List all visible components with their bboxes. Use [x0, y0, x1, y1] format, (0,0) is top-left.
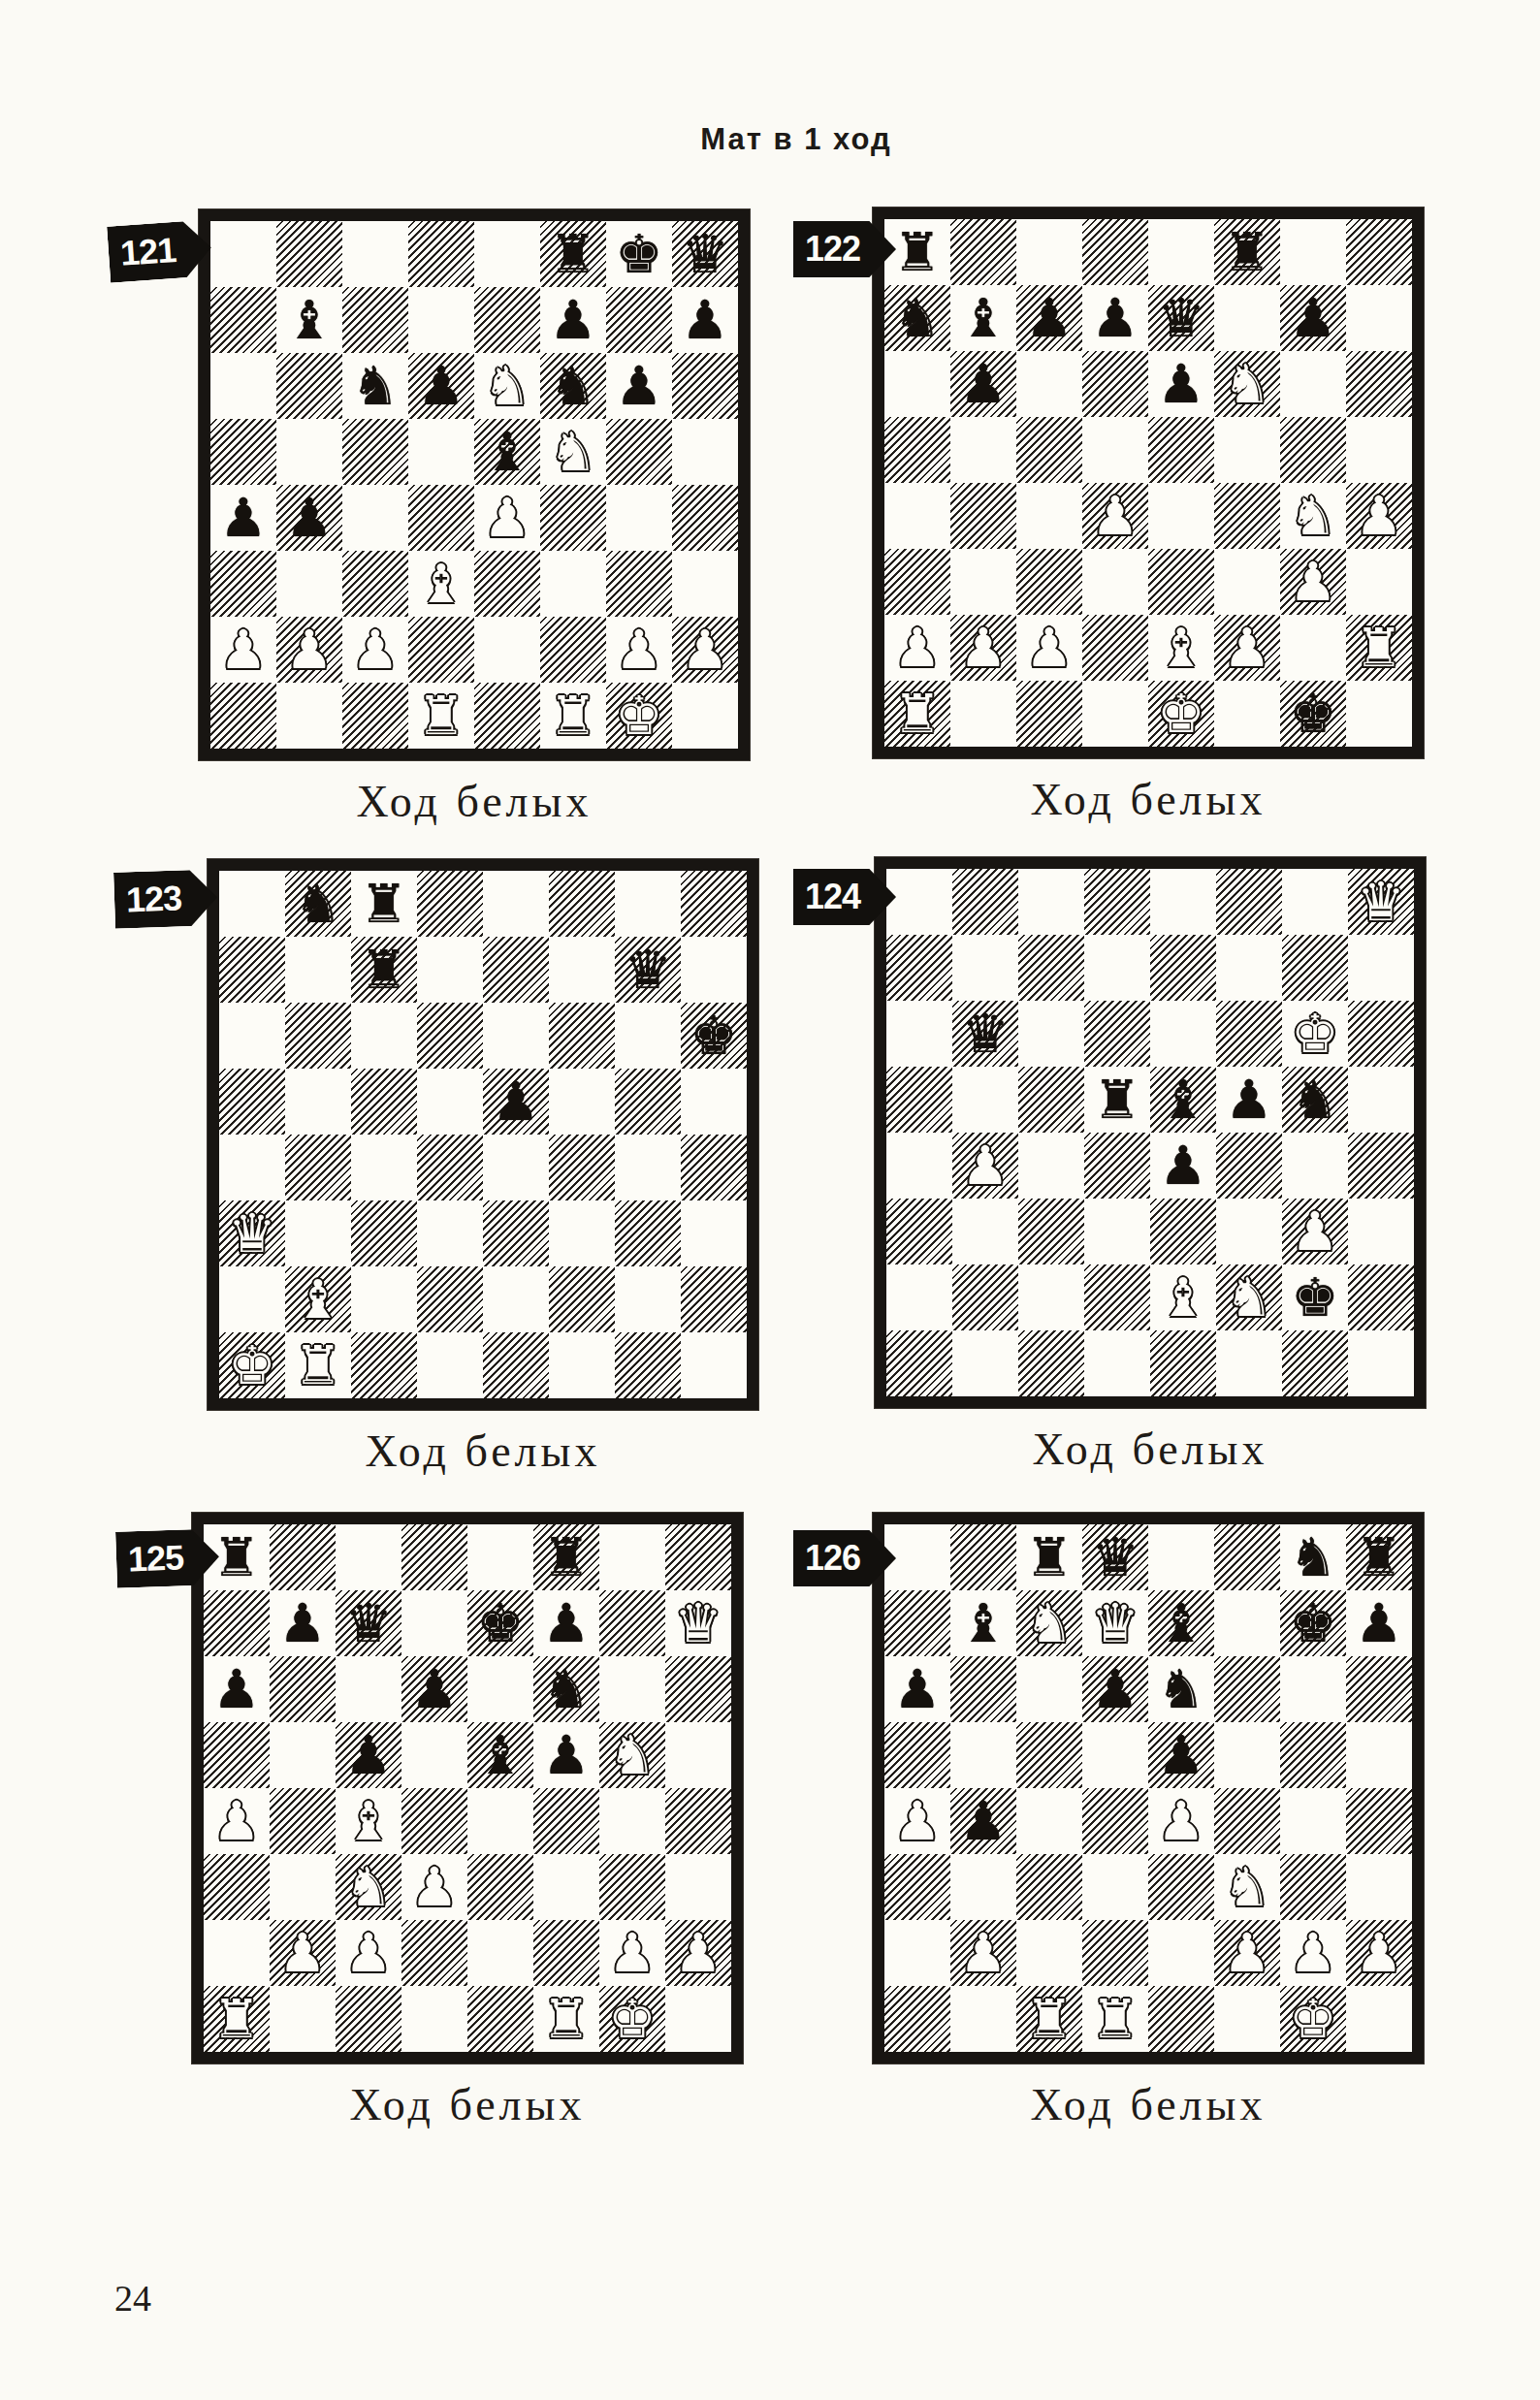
square-f1	[1216, 1330, 1282, 1396]
square-a3	[210, 551, 276, 617]
square-h7: ♟	[1346, 1590, 1412, 1656]
square-f8	[1214, 1524, 1280, 1590]
white-pawn: ♟	[674, 1920, 722, 1986]
square-f1: ♜	[540, 683, 606, 749]
square-h2: ♜	[1346, 615, 1412, 681]
square-h5	[672, 419, 738, 485]
square-e7: ♝	[1148, 1590, 1214, 1656]
square-c8	[342, 221, 408, 287]
square-f5: ♞	[540, 419, 606, 485]
white-queen: ♛	[1357, 869, 1404, 935]
square-d1: ♜	[1082, 1986, 1148, 2052]
white-knight: ♞	[1223, 1854, 1270, 1920]
white-pawn: ♟	[285, 617, 333, 683]
square-a4	[219, 1135, 285, 1200]
square-e4: ♟	[474, 485, 540, 551]
white-knight: ♞	[1025, 1590, 1073, 1656]
caption-board-122: Ход белых	[873, 774, 1424, 825]
square-f6	[549, 1003, 615, 1069]
square-a2	[886, 1264, 952, 1330]
square-f3	[1216, 1199, 1282, 1264]
square-b4: ♟	[950, 1788, 1016, 1854]
square-h5	[665, 1722, 731, 1788]
square-f6	[1216, 1001, 1282, 1067]
square-h4	[672, 485, 738, 551]
square-b5	[270, 1722, 336, 1788]
square-e1	[1148, 1986, 1214, 2052]
square-d3	[1084, 1199, 1150, 1264]
square-e5: ♝	[1150, 1067, 1216, 1133]
square-a3: ♛	[219, 1200, 285, 1266]
square-d6: ♟	[401, 1656, 467, 1722]
square-a3	[886, 1199, 952, 1264]
square-c8: ♜	[351, 871, 417, 937]
black-pawn: ♟	[1091, 1656, 1139, 1722]
square-h6	[1346, 1656, 1412, 1722]
white-rook: ♜	[542, 1986, 590, 2052]
square-b4	[270, 1788, 336, 1854]
black-pawn: ♟	[417, 353, 465, 419]
white-rook: ♜	[1355, 615, 1402, 681]
black-pawn: ♟	[1157, 1722, 1204, 1788]
square-d6	[417, 1003, 483, 1069]
black-pawn: ♟	[1159, 1133, 1206, 1199]
square-b2: ♟	[950, 615, 1016, 681]
board-grid-124: ♛♛♚♜♝♟♞♟♟♟♝♞♚	[886, 869, 1414, 1396]
square-a2: ♟	[210, 617, 276, 683]
square-d5	[1082, 417, 1148, 483]
square-g2: ♟	[1280, 1920, 1346, 1986]
white-king: ♚	[1157, 681, 1204, 747]
white-pawn: ♟	[1355, 1920, 1402, 1986]
square-e2: ♝	[1148, 615, 1214, 681]
square-a6	[219, 1003, 285, 1069]
black-queen: ♛	[344, 1590, 392, 1656]
board-122: ♜♜♞♝♟♟♛♟♟♟♞♟♞♟♟♟♟♟♝♟♜♜♚♚	[873, 208, 1424, 758]
square-e3	[467, 1854, 533, 1920]
square-d7: ♟	[1082, 285, 1148, 351]
square-g1	[615, 1332, 681, 1398]
caption-board-121: Ход белых	[199, 776, 750, 827]
square-a5	[886, 1067, 952, 1133]
square-f4	[1214, 483, 1280, 549]
white-knight: ♞	[549, 419, 596, 485]
white-rook: ♜	[212, 1986, 260, 2052]
white-pawn: ♟	[1289, 549, 1336, 615]
square-e6	[483, 1003, 549, 1069]
white-rook: ♜	[549, 683, 596, 749]
square-c2: ♟	[342, 617, 408, 683]
square-d6	[1082, 351, 1148, 417]
square-e7: ♛	[1148, 285, 1214, 351]
square-g5	[1280, 417, 1346, 483]
square-g7: ♛	[615, 937, 681, 1003]
square-b6	[270, 1656, 336, 1722]
square-c2	[351, 1266, 417, 1332]
square-c5	[351, 1069, 417, 1135]
white-knight: ♞	[1223, 351, 1270, 417]
white-pawn: ♟	[344, 1920, 392, 1986]
square-f3	[540, 551, 606, 617]
square-h2	[681, 1266, 747, 1332]
square-g6	[1280, 351, 1346, 417]
square-c2	[1016, 1920, 1082, 1986]
square-g8	[599, 1524, 665, 1590]
square-a5	[219, 1069, 285, 1135]
white-pawn: ♟	[1223, 615, 1270, 681]
white-pawn: ♟	[893, 1788, 941, 1854]
square-c4	[1016, 483, 1082, 549]
black-pawn: ♟	[615, 353, 662, 419]
square-c3: ♞	[336, 1854, 401, 1920]
square-a4: ♟	[884, 1788, 950, 1854]
caption-board-126: Ход белых	[873, 2079, 1424, 2130]
white-pawn: ♟	[1291, 1199, 1338, 1264]
square-h6	[1346, 351, 1412, 417]
square-f8: ♜	[540, 221, 606, 287]
square-g7: ♚	[1280, 1590, 1346, 1656]
square-d7	[408, 287, 474, 353]
square-e5: ♟	[483, 1069, 549, 1135]
square-f1: ♜	[533, 1986, 599, 2052]
square-d3	[1082, 549, 1148, 615]
square-e2	[467, 1920, 533, 1986]
square-e1	[483, 1332, 549, 1398]
square-b8	[952, 869, 1018, 935]
square-b5	[285, 1069, 351, 1135]
square-b8	[950, 1524, 1016, 1590]
square-h6	[672, 353, 738, 419]
square-h1	[672, 683, 738, 749]
square-d2	[408, 617, 474, 683]
square-h6: ♚	[681, 1003, 747, 1069]
white-pawn: ♟	[219, 617, 267, 683]
square-a2: ♟	[884, 615, 950, 681]
square-c7	[342, 287, 408, 353]
square-e1	[474, 683, 540, 749]
square-g3	[599, 1854, 665, 1920]
square-a1: ♚	[219, 1332, 285, 1398]
black-rook: ♜	[542, 1524, 590, 1590]
square-d6: ♟	[408, 353, 474, 419]
caption-board-125: Ход белых	[192, 2079, 743, 2130]
square-g2: ♟	[606, 617, 672, 683]
square-f2: ♟	[1214, 1920, 1280, 1986]
square-b3	[950, 1854, 1016, 1920]
black-king: ♚	[1291, 1264, 1338, 1330]
square-a8	[219, 871, 285, 937]
square-c6	[1018, 1001, 1084, 1067]
black-queen: ♛	[1091, 1524, 1139, 1590]
square-b1	[270, 1986, 336, 2052]
white-rook: ♜	[893, 681, 941, 747]
square-f1	[549, 1332, 615, 1398]
caption-board-124: Ход белых	[875, 1424, 1426, 1475]
square-e6: ♟	[1148, 351, 1214, 417]
square-d6: ♟	[1082, 1656, 1148, 1722]
square-a2	[204, 1920, 270, 1986]
square-f2: ♟	[1214, 615, 1280, 681]
square-e5: ♝	[467, 1722, 533, 1788]
white-rook: ♜	[294, 1332, 341, 1398]
square-d5	[401, 1722, 467, 1788]
black-rook: ♜	[1025, 1524, 1073, 1590]
black-rook: ♜	[1223, 219, 1270, 285]
square-f2	[549, 1266, 615, 1332]
square-f4	[1216, 1133, 1282, 1199]
square-a3	[884, 549, 950, 615]
black-bishop: ♝	[476, 1722, 524, 1788]
white-king: ♚	[1291, 1001, 1338, 1067]
square-e3	[1150, 1199, 1216, 1264]
square-g1: ♚	[1280, 1986, 1346, 2052]
square-e7: ♚	[467, 1590, 533, 1656]
square-a1	[884, 1986, 950, 2052]
square-g2	[615, 1266, 681, 1332]
square-e7	[1150, 935, 1216, 1001]
board-grid-123: ♞♜♜♛♚♟♛♝♚♜	[219, 871, 747, 1398]
square-e8	[467, 1524, 533, 1590]
square-f3	[1214, 549, 1280, 615]
square-b2: ♟	[270, 1920, 336, 1986]
square-c1	[336, 1986, 401, 2052]
square-h3	[672, 551, 738, 617]
black-knight: ♞	[294, 871, 341, 937]
square-h3	[1346, 1854, 1412, 1920]
square-c3	[351, 1200, 417, 1266]
square-e2	[483, 1266, 549, 1332]
square-c3	[342, 551, 408, 617]
square-g3	[606, 551, 672, 617]
square-b8	[270, 1524, 336, 1590]
square-a7	[884, 1590, 950, 1656]
square-d4	[1084, 1133, 1150, 1199]
black-knight: ♞	[1291, 1067, 1338, 1133]
square-c5	[1018, 1067, 1084, 1133]
board-grid-125: ♜♜♟♛♚♟♛♟♟♞♟♝♟♞♟♝♞♟♟♟♟♟♜♜♚	[204, 1524, 731, 2052]
square-a1	[886, 1330, 952, 1396]
square-f6: ♞	[540, 353, 606, 419]
square-f4	[540, 485, 606, 551]
square-g4	[1280, 1788, 1346, 1854]
white-pawn: ♟	[483, 485, 530, 551]
white-pawn: ♟	[1025, 615, 1073, 681]
square-c4	[1018, 1133, 1084, 1199]
square-h5	[1346, 1722, 1412, 1788]
square-f4	[533, 1788, 599, 1854]
white-pawn: ♟	[608, 1920, 656, 1986]
square-a6	[884, 351, 950, 417]
square-h2: ♟	[672, 617, 738, 683]
square-h8	[681, 871, 747, 937]
black-pawn: ♟	[1355, 1590, 1402, 1656]
square-a4: ♟	[204, 1788, 270, 1854]
white-pawn: ♟	[212, 1788, 260, 1854]
black-king: ♚	[1289, 681, 1336, 747]
black-queen: ♛	[624, 937, 671, 1003]
square-d7	[1084, 935, 1150, 1001]
square-d2	[1082, 615, 1148, 681]
square-f2	[540, 617, 606, 683]
white-pawn: ♟	[681, 617, 728, 683]
square-h5	[681, 1069, 747, 1135]
black-pawn: ♟	[1091, 285, 1139, 351]
square-d4	[1082, 1788, 1148, 1854]
square-h7: ♛	[665, 1590, 731, 1656]
square-e1	[467, 1986, 533, 2052]
square-a2	[884, 1920, 950, 1986]
black-pawn: ♟	[212, 1656, 260, 1722]
square-f7	[1214, 285, 1280, 351]
square-d2	[417, 1266, 483, 1332]
square-f7: ♟	[533, 1590, 599, 1656]
white-pawn: ♟	[1355, 483, 1402, 549]
square-f6: ♞	[533, 1656, 599, 1722]
square-e3	[1148, 1854, 1214, 1920]
white-bishop: ♝	[1159, 1264, 1206, 1330]
black-queen: ♛	[961, 1001, 1009, 1067]
square-b8	[276, 221, 342, 287]
square-f8: ♜	[1214, 219, 1280, 285]
square-g7	[606, 287, 672, 353]
square-h1	[681, 1332, 747, 1398]
square-b3	[952, 1199, 1018, 1264]
white-pawn: ♟	[1289, 1920, 1336, 1986]
black-king: ♚	[476, 1590, 524, 1656]
square-h8: ♜	[1346, 1524, 1412, 1590]
square-b7: ♝	[950, 1590, 1016, 1656]
square-g4	[606, 485, 672, 551]
square-g2	[1280, 615, 1346, 681]
square-e1: ♚	[1148, 681, 1214, 747]
black-pawn: ♟	[1025, 285, 1073, 351]
black-knight: ♞	[1289, 1524, 1336, 1590]
board-123: ♞♜♜♛♚♟♛♝♚♜	[208, 859, 758, 1410]
white-pawn: ♟	[1157, 1788, 1204, 1854]
black-pawn: ♟	[542, 1722, 590, 1788]
square-b7: ♝	[276, 287, 342, 353]
caption-board-123: Ход белых	[208, 1425, 758, 1477]
square-d8	[1082, 219, 1148, 285]
black-rook: ♜	[893, 219, 941, 285]
square-g8	[615, 871, 681, 937]
square-f2: ♞	[1216, 1264, 1282, 1330]
square-e5	[1148, 417, 1214, 483]
square-f5	[1214, 1722, 1280, 1788]
square-e4	[467, 1788, 533, 1854]
square-c2: ♟	[1016, 615, 1082, 681]
square-d2	[401, 1920, 467, 1986]
square-h7: ♟	[672, 287, 738, 353]
white-pawn: ♟	[893, 615, 941, 681]
black-king: ♚	[615, 221, 662, 287]
square-e7	[474, 287, 540, 353]
square-c6	[1016, 1656, 1082, 1722]
square-c4	[1016, 1788, 1082, 1854]
square-d5	[1082, 1722, 1148, 1788]
white-knight: ♞	[1225, 1264, 1272, 1330]
square-b4	[950, 483, 1016, 549]
square-h6	[1348, 1001, 1414, 1067]
square-a5	[204, 1722, 270, 1788]
black-pawn: ♟	[549, 287, 596, 353]
square-g6	[615, 1003, 681, 1069]
white-pawn: ♟	[959, 615, 1007, 681]
square-f6: ♞	[1214, 351, 1280, 417]
square-g8	[1280, 219, 1346, 285]
white-rook: ♜	[1025, 1986, 1073, 2052]
square-c5	[1016, 417, 1082, 483]
square-d1: ♜	[408, 683, 474, 749]
black-bishop: ♝	[959, 285, 1007, 351]
square-b2	[952, 1264, 1018, 1330]
square-g6	[599, 1656, 665, 1722]
square-c8	[336, 1524, 401, 1590]
square-e4: ♟	[1148, 1788, 1214, 1854]
square-b6	[950, 1656, 1016, 1722]
square-a5	[884, 1722, 950, 1788]
square-b2: ♟	[276, 617, 342, 683]
square-g6: ♚	[1282, 1001, 1348, 1067]
black-pawn: ♟	[959, 351, 1007, 417]
square-e3	[474, 551, 540, 617]
square-g5	[606, 419, 672, 485]
black-pawn: ♟	[1157, 351, 1204, 417]
white-queen: ♛	[674, 1590, 722, 1656]
square-h8: ♛	[672, 221, 738, 287]
square-c8	[1018, 869, 1084, 935]
square-a2	[219, 1266, 285, 1332]
square-f5: ♟	[1216, 1067, 1282, 1133]
square-g1	[1282, 1330, 1348, 1396]
book-page: Мат в 1 ход ♜♚♛♝♟♟♞♟♞♞♟♝♞♟♟♟♝♟♟♟♟♟♜♜♚ ♜♜…	[0, 0, 1540, 2400]
square-c8	[1016, 219, 1082, 285]
square-g4: ♞	[1280, 483, 1346, 549]
square-d5	[417, 1069, 483, 1135]
square-g3	[1280, 1854, 1346, 1920]
page-number: 24	[114, 2277, 151, 2320]
white-pawn: ♟	[1223, 1920, 1270, 1986]
black-rook: ♜	[212, 1524, 260, 1590]
square-c7	[1018, 935, 1084, 1001]
square-h2	[1348, 1264, 1414, 1330]
square-d1	[401, 1986, 467, 2052]
square-f7	[549, 937, 615, 1003]
square-e2	[1148, 1920, 1214, 1986]
square-a6	[210, 353, 276, 419]
square-b7: ♟	[270, 1590, 336, 1656]
square-a7	[219, 937, 285, 1003]
square-b4: ♟	[952, 1133, 1018, 1199]
square-h5	[1348, 1067, 1414, 1133]
square-g1: ♚	[1280, 681, 1346, 747]
white-bishop: ♝	[417, 551, 465, 617]
square-h3	[1348, 1199, 1414, 1264]
square-f5	[549, 1069, 615, 1135]
square-h3	[665, 1854, 731, 1920]
square-h4	[1348, 1133, 1414, 1199]
square-f5: ♟	[533, 1722, 599, 1788]
square-b6: ♛	[952, 1001, 1018, 1067]
square-c7: ♟	[1016, 285, 1082, 351]
board-124: ♛♛♚♜♝♟♞♟♟♟♝♞♚	[875, 857, 1426, 1408]
black-knight: ♞	[549, 353, 596, 419]
white-knight: ♞	[344, 1854, 392, 1920]
square-c3	[1018, 1199, 1084, 1264]
white-pawn: ♟	[615, 617, 662, 683]
square-e4	[1148, 483, 1214, 549]
white-pawn: ♟	[351, 617, 399, 683]
